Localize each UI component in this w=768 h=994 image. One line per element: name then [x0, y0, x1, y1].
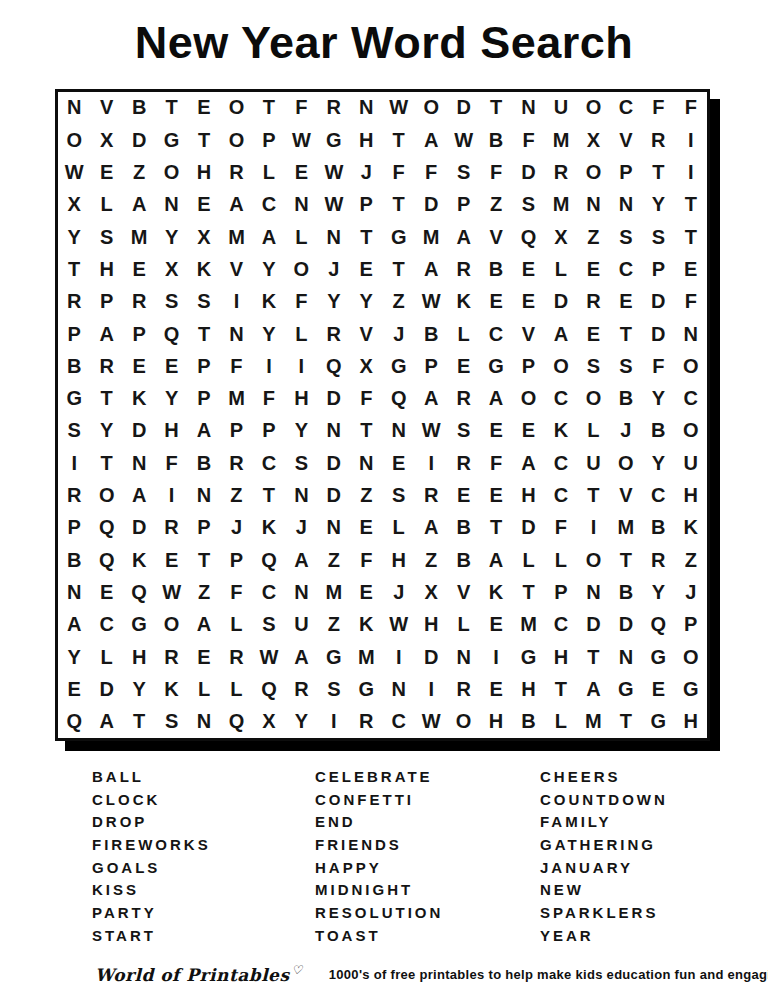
grid-cell-r4c14: Z [480, 189, 512, 221]
grid-cell-r2c8: W [285, 124, 317, 156]
grid-cell-r14c1: P [58, 512, 90, 544]
grid-cell-r17c7: S [253, 609, 285, 641]
grid-cell-r2c3: D [123, 124, 155, 156]
grid-cell-r15c13: B [447, 544, 479, 576]
grid-cell-r18c19: G [642, 641, 674, 673]
grid-cell-r17c18: D [610, 609, 642, 641]
grid-cell-r4c17: N [577, 189, 609, 221]
grid-cell-r15c19: R [642, 544, 674, 576]
grid-cell-r19c15: H [512, 673, 544, 705]
word-item: GATHERING [540, 834, 668, 857]
grid-cell-r9c2: R [90, 350, 122, 382]
grid-cell-r17c1: A [58, 609, 90, 641]
grid-cell-r1c20: F [675, 92, 707, 124]
word-list-column-1: BALLCLOCKDROPFIREWORKSGOALSKISSPARTYSTAR… [92, 766, 315, 948]
grid-cell-r6c8: O [285, 253, 317, 285]
grid-cell-r4c3: A [123, 189, 155, 221]
grid-cell-r7c9: Y [318, 286, 350, 318]
grid-cell-r11c3: D [123, 415, 155, 447]
grid-cell-r20c8: Y [285, 705, 317, 737]
grid-cell-r5c2: S [90, 221, 122, 253]
grid-cell-r13c6: Z [220, 479, 252, 511]
grid-cell-r4c13: P [447, 189, 479, 221]
grid-cell-r7c15: E [512, 286, 544, 318]
grid-cell-r9c11: G [383, 350, 415, 382]
grid-cell-r1c5: E [188, 92, 220, 124]
grid-cell-r12c11: E [383, 447, 415, 479]
grid-cell-r11c7: P [253, 415, 285, 447]
word-item: RESOLUTION [315, 902, 540, 925]
grid-cell-r16c17: N [577, 576, 609, 608]
grid-cell-r14c5: P [188, 512, 220, 544]
footer: World of Printables♡ 1000's of free prin… [95, 963, 768, 985]
grid-cell-r12c7: C [253, 447, 285, 479]
grid-cell-r12c20: U [675, 447, 707, 479]
grid-cell-r1c3: B [123, 92, 155, 124]
grid-cell-r7c20: F [675, 286, 707, 318]
grid-cell-r6c20: E [675, 253, 707, 285]
grid-cell-r15c12: Z [415, 544, 447, 576]
grid-cell-r19c1: E [58, 673, 90, 705]
grid-cell-r15c9: Z [318, 544, 350, 576]
grid-cell-r10c2: T [90, 382, 122, 414]
grid-cell-r8c18: T [610, 318, 642, 350]
grid-cell-r14c9: N [318, 512, 350, 544]
grid-cell-r13c3: A [123, 479, 155, 511]
grid-cell-r10c7: F [253, 382, 285, 414]
word-list: BALLCLOCKDROPFIREWORKSGOALSKISSPARTYSTAR… [92, 766, 768, 948]
grid-cell-r2c13: W [447, 124, 479, 156]
grid-cell-r9c5: P [188, 350, 220, 382]
word-item: CHEERS [540, 766, 668, 789]
grid-cell-r20c20: H [675, 705, 707, 737]
grid-cell-r13c14: E [480, 479, 512, 511]
grid-cell-r20c3: T [123, 705, 155, 737]
grid-cell-r12c15: A [512, 447, 544, 479]
grid-cell-r5c15: Q [512, 221, 544, 253]
grid-cell-r18c2: L [90, 641, 122, 673]
grid-cell-r9c1: B [58, 350, 90, 382]
grid-cell-r8c8: L [285, 318, 317, 350]
grid-cell-r5c8: L [285, 221, 317, 253]
grid-cell-r18c5: E [188, 641, 220, 673]
grid-cell-r20c15: B [512, 705, 544, 737]
word-item: CLOCK [92, 789, 315, 812]
grid-cell-r9c18: S [610, 350, 642, 382]
grid-cell-r12c14: F [480, 447, 512, 479]
grid-cell-r12c18: O [610, 447, 642, 479]
grid-cell-r18c4: R [155, 641, 187, 673]
grid-cell-r8c14: C [480, 318, 512, 350]
grid-cell-r11c19: B [642, 415, 674, 447]
grid-cell-r9c19: F [642, 350, 674, 382]
grid-cell-r9c16: O [545, 350, 577, 382]
grid-cell-r3c14: F [480, 156, 512, 188]
grid-cell-r2c5: T [188, 124, 220, 156]
grid-cell-r7c2: P [90, 286, 122, 318]
grid-cell-r2c18: V [610, 124, 642, 156]
grid-cell-r18c7: W [253, 641, 285, 673]
grid-cell-r4c16: M [545, 189, 577, 221]
grid-cell-r16c11: J [383, 576, 415, 608]
grid-cell-r11c12: W [415, 415, 447, 447]
grid-cell-r19c4: K [155, 673, 187, 705]
grid-cell-r16c15: T [512, 576, 544, 608]
grid-cell-r13c9: D [318, 479, 350, 511]
grid-cell-r15c1: B [58, 544, 90, 576]
word-item: HAPPY [315, 857, 540, 880]
grid-cell-r19c14: E [480, 673, 512, 705]
grid-cell-r3c13: S [447, 156, 479, 188]
grid-cell-r4c15: S [512, 189, 544, 221]
grid-cell-r5c1: Y [58, 221, 90, 253]
grid-cell-r2c6: O [220, 124, 252, 156]
grid-cell-r17c14: E [480, 609, 512, 641]
grid-cell-r13c19: C [642, 479, 674, 511]
grid-cell-r5c7: A [253, 221, 285, 253]
grid-cell-r3c1: W [58, 156, 90, 188]
grid-cell-r14c4: R [155, 512, 187, 544]
grid-cell-r15c8: A [285, 544, 317, 576]
grid-cell-r14c16: F [545, 512, 577, 544]
grid-cell-r11c15: E [512, 415, 544, 447]
grid-cell-r18c6: R [220, 641, 252, 673]
grid-cell-r7c19: D [642, 286, 674, 318]
grid-cell-r5c18: S [610, 221, 642, 253]
grid-cell-r6c3: E [123, 253, 155, 285]
grid-cell-r19c10: G [350, 673, 382, 705]
grid-cell-r18c8: A [285, 641, 317, 673]
grid-cell-r1c17: O [577, 92, 609, 124]
grid-cell-r18c13: N [447, 641, 479, 673]
grid-cell-r13c20: H [675, 479, 707, 511]
grid-cell-r5c14: V [480, 221, 512, 253]
grid-cell-r10c12: A [415, 382, 447, 414]
grid-cell-r11c4: H [155, 415, 187, 447]
grid-cell-r10c16: C [545, 382, 577, 414]
word-item: TOAST [315, 925, 540, 948]
grid-cell-r17c5: A [188, 609, 220, 641]
grid-cell-r3c6: R [220, 156, 252, 188]
grid-cell-r1c16: U [545, 92, 577, 124]
grid-cell-r20c6: Q [220, 705, 252, 737]
grid-cell-r13c17: T [577, 479, 609, 511]
grid-cell-r15c18: T [610, 544, 642, 576]
grid-cell-r5c5: X [188, 221, 220, 253]
grid-cell-r5c6: M [220, 221, 252, 253]
grid-cell-r7c16: D [545, 286, 577, 318]
grid-cell-r11c20: O [675, 415, 707, 447]
grid-cell-r9c3: E [123, 350, 155, 382]
logo-text: World of Printables [95, 965, 290, 985]
grid-cell-r2c11: T [383, 124, 415, 156]
grid-cell-r15c17: O [577, 544, 609, 576]
grid-cell-r6c14: B [480, 253, 512, 285]
grid-cell-r2c2: X [90, 124, 122, 156]
grid-cell-r19c9: S [318, 673, 350, 705]
grid-cell-r10c17: O [577, 382, 609, 414]
grid-cell-r10c13: R [447, 382, 479, 414]
grid-cell-r5c10: T [350, 221, 382, 253]
grid-cell-r9c7: I [253, 350, 285, 382]
grid-cell-r18c12: D [415, 641, 447, 673]
grid-cell-r8c1: P [58, 318, 90, 350]
word-search-grid: NVBTEOTFRNWODTNUOCFFOXDGTOPWGHTAWBFMXVRI… [55, 89, 710, 741]
grid-cell-r6c10: E [350, 253, 382, 285]
grid-cell-r3c4: O [155, 156, 187, 188]
grid-cell-r13c18: V [610, 479, 642, 511]
grid-cell-r16c14: K [480, 576, 512, 608]
grid-cell-r10c10: F [350, 382, 382, 414]
grid-cell-r2c19: R [642, 124, 674, 156]
word-item: GOALS [92, 857, 315, 880]
grid-cell-r18c14: I [480, 641, 512, 673]
footer-tagline: 1000's of free printables to help make k… [329, 967, 768, 982]
grid-cell-r6c15: E [512, 253, 544, 285]
grid-cell-r4c11: T [383, 189, 415, 221]
grid-cell-r18c18: N [610, 641, 642, 673]
grid-cell-r3c2: E [90, 156, 122, 188]
grid-cell-r10c20: C [675, 382, 707, 414]
grid-cell-r13c15: H [512, 479, 544, 511]
grid-cell-r15c10: F [350, 544, 382, 576]
word-item: START [92, 925, 315, 948]
grid-cell-r4c9: W [318, 189, 350, 221]
grid-cell-r2c16: M [545, 124, 577, 156]
grid-cell-r9c17: S [577, 350, 609, 382]
grid-cell-r8c6: N [220, 318, 252, 350]
grid-cell-r3c7: L [253, 156, 285, 188]
grid-cell-r16c18: B [610, 576, 642, 608]
grid-cell-r8c13: L [447, 318, 479, 350]
grid-cell-r10c14: A [480, 382, 512, 414]
grid-cell-r20c13: O [447, 705, 479, 737]
grid-cell-r12c13: R [447, 447, 479, 479]
grid-cell-r14c6: J [220, 512, 252, 544]
grid-cell-r8c3: P [123, 318, 155, 350]
word-list-column-2: CELEBRATECONFETTIENDFRIENDSHAPPYMIDNIGHT… [315, 766, 540, 948]
grid-cell-r3c20: I [675, 156, 707, 188]
grid-cell-r10c6: M [220, 382, 252, 414]
grid-cell-r1c18: C [610, 92, 642, 124]
grid-cell-r8c2: A [90, 318, 122, 350]
grid-cell-r11c5: A [188, 415, 220, 447]
grid-cell-r20c5: N [188, 705, 220, 737]
grid-cell-r3c12: F [415, 156, 447, 188]
grid-cell-r6c7: Y [253, 253, 285, 285]
grid-cell-r1c13: D [447, 92, 479, 124]
grid-cell-r15c5: T [188, 544, 220, 576]
grid-cell-r8c20: N [675, 318, 707, 350]
grid-cell-r1c6: O [220, 92, 252, 124]
grid-cell-r17c20: P [675, 609, 707, 641]
grid-cell-r15c7: Q [253, 544, 285, 576]
grid-cell-r11c11: N [383, 415, 415, 447]
word-item: SPARKLERS [540, 902, 668, 925]
grid-cell-r15c4: E [155, 544, 187, 576]
grid-cell-r12c2: T [90, 447, 122, 479]
grid-cell-r15c14: A [480, 544, 512, 576]
grid-cell-r18c16: H [545, 641, 577, 673]
grid-cell-r19c19: E [642, 673, 674, 705]
word-item: FIREWORKS [92, 834, 315, 857]
grid-cell-r16c6: F [220, 576, 252, 608]
grid-cell-r14c12: A [415, 512, 447, 544]
grid-cell-r8c5: T [188, 318, 220, 350]
grid-cell-r8c17: E [577, 318, 609, 350]
grid-cell-r11c1: S [58, 415, 90, 447]
grid-cell-r7c12: W [415, 286, 447, 318]
grid-cell-r16c20: J [675, 576, 707, 608]
grid-cell-r15c11: H [383, 544, 415, 576]
grid-cell-r6c12: A [415, 253, 447, 285]
grid-cell-r8c15: V [512, 318, 544, 350]
grid-cell-r17c6: L [220, 609, 252, 641]
grid-cell-r9c20: O [675, 350, 707, 382]
grid-cell-r17c8: U [285, 609, 317, 641]
grid-cell-r16c4: W [155, 576, 187, 608]
grid-cell-r11c2: Y [90, 415, 122, 447]
grid-cell-r16c8: N [285, 576, 317, 608]
grid-cell-r17c2: C [90, 609, 122, 641]
grid-cell-r20c10: R [350, 705, 382, 737]
grid-cell-r1c10: N [350, 92, 382, 124]
grid-cell-r2c10: H [350, 124, 382, 156]
grid-cell-r18c3: H [123, 641, 155, 673]
grid-cell-r13c10: Z [350, 479, 382, 511]
grid-cell-r6c6: V [220, 253, 252, 285]
grid-cell-r11c16: K [545, 415, 577, 447]
grid-cell-r8c7: Y [253, 318, 285, 350]
word-item: MIDNIGHT [315, 879, 540, 902]
grid-cell-r3c18: P [610, 156, 642, 188]
grid-cell-r8c16: A [545, 318, 577, 350]
grid-cell-r4c4: N [155, 189, 187, 221]
grid-cell-r5c16: X [545, 221, 577, 253]
grid-cell-r16c19: Y [642, 576, 674, 608]
grid-cell-r17c3: G [123, 609, 155, 641]
grid-cell-r10c18: B [610, 382, 642, 414]
heart-icon: ♡ [292, 963, 303, 977]
grid-cell-r13c1: R [58, 479, 90, 511]
grid-cell-r8c4: Q [155, 318, 187, 350]
grid-cell-r17c13: L [447, 609, 479, 641]
grid-cell-r7c8: F [285, 286, 317, 318]
grid-cell-r20c19: G [642, 705, 674, 737]
grid-cell-r9c13: E [447, 350, 479, 382]
grid-cell-r20c7: X [253, 705, 285, 737]
grid-cell-r15c20: Z [675, 544, 707, 576]
grid-cell-r17c17: D [577, 609, 609, 641]
grid-cell-r9c8: I [285, 350, 317, 382]
grid-cell-r17c10: K [350, 609, 382, 641]
grid-cell-r15c6: P [220, 544, 252, 576]
grid-cell-r4c1: X [58, 189, 90, 221]
grid-cell-r13c8: N [285, 479, 317, 511]
grid-cell-r14c17: I [577, 512, 609, 544]
grid-cell-r4c2: L [90, 189, 122, 221]
grid-cell-r2c4: G [155, 124, 187, 156]
grid-cell-r3c16: R [545, 156, 577, 188]
grid-cell-r1c1: N [58, 92, 90, 124]
grid-cell-r17c12: H [415, 609, 447, 641]
grid-cell-r15c16: L [545, 544, 577, 576]
grid-cell-r14c7: K [253, 512, 285, 544]
word-item: DROP [92, 811, 315, 834]
word-item: KISS [92, 879, 315, 902]
grid-cell-r20c1: Q [58, 705, 90, 737]
grid-cell-r7c14: E [480, 286, 512, 318]
grid-cell-r20c18: T [610, 705, 642, 737]
grid-cell-r1c14: T [480, 92, 512, 124]
grid-cell-r10c1: G [58, 382, 90, 414]
grid-cell-r1c7: T [253, 92, 285, 124]
grid-cell-r8c19: D [642, 318, 674, 350]
grid-cell-r2c15: F [512, 124, 544, 156]
word-item: FAMILY [540, 811, 668, 834]
grid-cell-r14c14: T [480, 512, 512, 544]
grid-cell-r6c2: H [90, 253, 122, 285]
grid-cell-r11c10: T [350, 415, 382, 447]
grid-cell-r2c14: B [480, 124, 512, 156]
grid-cell-r5c4: Y [155, 221, 187, 253]
grid-cell-r19c8: R [285, 673, 317, 705]
grid-cell-r11c9: N [318, 415, 350, 447]
grid-cell-r14c8: J [285, 512, 317, 544]
grid-cell-r2c12: A [415, 124, 447, 156]
grid-cell-r12c1: I [58, 447, 90, 479]
grid-cell-r13c16: C [545, 479, 577, 511]
word-item: BALL [92, 766, 315, 789]
grid-cell-r3c11: F [383, 156, 415, 188]
grid-cell-r11c14: E [480, 415, 512, 447]
grid-cell-r12c8: S [285, 447, 317, 479]
grid-cell-r6c13: R [447, 253, 479, 285]
grid-cell-r12c17: U [577, 447, 609, 479]
grid-cell-r18c9: G [318, 641, 350, 673]
grid-cell-r10c9: D [318, 382, 350, 414]
grid-cell-r3c5: H [188, 156, 220, 188]
grid-cell-r20c12: W [415, 705, 447, 737]
grid-cell-r11c18: J [610, 415, 642, 447]
grid-cell-r10c19: Y [642, 382, 674, 414]
grid-cell-r7c17: R [577, 286, 609, 318]
grid-cell-r7c11: Z [383, 286, 415, 318]
grid-cell-r6c16: L [545, 253, 577, 285]
grid-cell-r16c13: V [447, 576, 479, 608]
grid-cell-r6c17: E [577, 253, 609, 285]
grid-cell-r10c11: Q [383, 382, 415, 414]
grid-cell-r12c5: B [188, 447, 220, 479]
grid-cell-r3c3: Z [123, 156, 155, 188]
grid-cell-r5c20: T [675, 221, 707, 253]
grid-cell-r15c15: L [512, 544, 544, 576]
grid-cell-r12c6: R [220, 447, 252, 479]
grid-cell-r1c11: W [383, 92, 415, 124]
grid-cell-r14c3: D [123, 512, 155, 544]
word-item: CONFETTI [315, 789, 540, 812]
grid-cell-r20c14: H [480, 705, 512, 737]
grid-cell-r9c9: Q [318, 350, 350, 382]
grid-cell-r4c12: D [415, 189, 447, 221]
grid-cell-r10c5: P [188, 382, 220, 414]
grid-cell-r9c4: E [155, 350, 187, 382]
grid-cell-r9c15: P [512, 350, 544, 382]
grid-cell-r19c12: I [415, 673, 447, 705]
grid-cell-r6c5: K [188, 253, 220, 285]
grid-cell-r1c2: V [90, 92, 122, 124]
grid-cell-r6c9: J [318, 253, 350, 285]
